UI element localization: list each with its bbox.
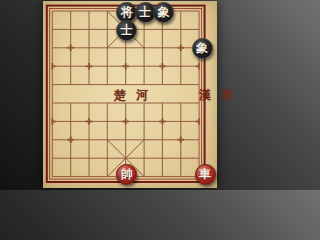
- piece-label: 帥: [121, 166, 133, 183]
- scene-background: { "game": "xiangqi", "position": { "fen"…: [0, 0, 253, 190]
- river-label-left: 楚河: [114, 88, 158, 102]
- piece-label: 将: [121, 3, 133, 20]
- piece-label: 士: [121, 21, 133, 38]
- piece-black-elephant-1[interactable]: 象: [153, 2, 174, 23]
- piece-black-advisor-2[interactable]: 士: [116, 20, 137, 41]
- piece-label: 象: [196, 40, 208, 57]
- piece-red-chariot[interactable]: 車: [195, 164, 216, 185]
- river-label-right: 漢界: [199, 88, 243, 102]
- piece-label: 象: [157, 3, 169, 20]
- piece-label: 車: [199, 166, 211, 183]
- piece-black-elephant-2[interactable]: 象: [192, 38, 213, 59]
- piece-label: 士: [139, 3, 151, 20]
